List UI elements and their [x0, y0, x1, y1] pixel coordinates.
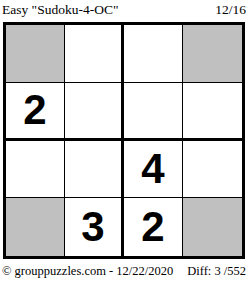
- sudoku-cell-r1c4[interactable]: [183, 25, 242, 83]
- sudoku-cell-r1c1[interactable]: [6, 25, 65, 83]
- sudoku-cell-r2c3[interactable]: [124, 83, 183, 141]
- sudoku-cell-r3c1[interactable]: [6, 141, 65, 199]
- sudoku-cell-r3c2[interactable]: [65, 141, 124, 199]
- puzzle-title: Easy "Sudoku-4-OC": [2, 1, 118, 19]
- sudoku-cell-r4c1[interactable]: [6, 198, 65, 256]
- puzzle-counter: 12/16: [215, 1, 246, 19]
- difficulty-text: Diff: 3 /552: [187, 263, 246, 279]
- sudoku-cell-r1c3[interactable]: [124, 25, 183, 83]
- sudoku-cell-r3c3[interactable]: 4: [124, 141, 183, 199]
- sudoku-cell-r1c2[interactable]: [65, 25, 124, 83]
- sudoku-cell-r2c4[interactable]: [183, 83, 242, 141]
- puzzle-page: Easy "Sudoku-4-OC" 12/16 2432 © grouppuz…: [0, 0, 248, 282]
- sudoku-cell-r4c4[interactable]: [183, 198, 242, 256]
- sudoku-board: 2432: [3, 22, 245, 259]
- sudoku-cell-r2c2[interactable]: [65, 83, 124, 141]
- sudoku-cell-r4c2[interactable]: 3: [65, 198, 124, 256]
- copyright-text: © grouppuzzles.com - 12/22/2020: [2, 263, 173, 279]
- footer: © grouppuzzles.com - 12/22/2020 Diff: 3 …: [2, 263, 246, 279]
- sudoku-cell-r3c4[interactable]: [183, 141, 242, 199]
- sudoku-cell-r2c1[interactable]: 2: [6, 83, 65, 141]
- sudoku-cell-r4c3[interactable]: 2: [124, 198, 183, 256]
- header: Easy "Sudoku-4-OC" 12/16: [2, 1, 246, 19]
